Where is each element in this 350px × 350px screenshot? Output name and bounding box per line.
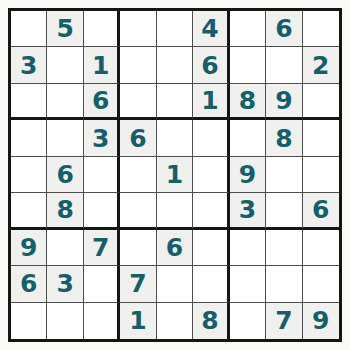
cell-r5c2: 6 <box>47 157 83 193</box>
cell-r2c8[interactable] <box>266 47 302 83</box>
cell-r2c3: 1 <box>84 47 120 83</box>
cell-r7c4[interactable] <box>120 230 156 266</box>
cell-r9c3[interactable] <box>84 303 120 339</box>
cell-r1c3[interactable] <box>84 11 120 47</box>
cell-r6c4[interactable] <box>120 193 156 229</box>
cell-r8c8[interactable] <box>266 266 302 302</box>
cell-r3c1[interactable] <box>11 84 47 120</box>
cell-r1c6: 4 <box>193 11 229 47</box>
cell-r8c5[interactable] <box>157 266 193 302</box>
cell-r7c5: 6 <box>157 230 193 266</box>
cell-r8c4: 7 <box>120 266 156 302</box>
cell-r4c1[interactable] <box>11 120 47 156</box>
cell-r5c9[interactable] <box>303 157 339 193</box>
cell-r7c8[interactable] <box>266 230 302 266</box>
cell-r2c4[interactable] <box>120 47 156 83</box>
cell-r3c8: 9 <box>266 84 302 120</box>
cell-r1c8: 6 <box>266 11 302 47</box>
cell-r2c6: 6 <box>193 47 229 83</box>
cell-r3c4[interactable] <box>120 84 156 120</box>
cell-r1c5[interactable] <box>157 11 193 47</box>
cell-r1c7[interactable] <box>230 11 266 47</box>
cell-r8c7[interactable] <box>230 266 266 302</box>
cell-r7c6[interactable] <box>193 230 229 266</box>
cell-r7c7[interactable] <box>230 230 266 266</box>
cell-r1c4[interactable] <box>120 11 156 47</box>
cell-r6c1[interactable] <box>11 193 47 229</box>
cell-r2c1: 3 <box>11 47 47 83</box>
cell-r9c5[interactable] <box>157 303 193 339</box>
cell-r5c5: 1 <box>157 157 193 193</box>
cell-r1c9[interactable] <box>303 11 339 47</box>
cell-r8c9[interactable] <box>303 266 339 302</box>
cell-r5c8[interactable] <box>266 157 302 193</box>
cell-r6c9: 6 <box>303 193 339 229</box>
cell-r8c1: 6 <box>11 266 47 302</box>
cell-r5c4[interactable] <box>120 157 156 193</box>
cell-r9c8: 7 <box>266 303 302 339</box>
cell-r9c9: 9 <box>303 303 339 339</box>
cell-r2c5[interactable] <box>157 47 193 83</box>
cell-r3c3: 6 <box>84 84 120 120</box>
cell-r7c3: 7 <box>84 230 120 266</box>
cell-r1c2: 5 <box>47 11 83 47</box>
cell-r7c9[interactable] <box>303 230 339 266</box>
cell-r5c7: 9 <box>230 157 266 193</box>
cell-r9c2[interactable] <box>47 303 83 339</box>
cell-r6c2: 8 <box>47 193 83 229</box>
cell-r2c2[interactable] <box>47 47 83 83</box>
cell-r4c9[interactable] <box>303 120 339 156</box>
cell-r3c2[interactable] <box>47 84 83 120</box>
cell-r5c1[interactable] <box>11 157 47 193</box>
cell-r4c5[interactable] <box>157 120 193 156</box>
cell-r9c6: 8 <box>193 303 229 339</box>
cell-r6c6[interactable] <box>193 193 229 229</box>
cell-r5c6[interactable] <box>193 157 229 193</box>
cell-r6c3[interactable] <box>84 193 120 229</box>
cell-r5c3[interactable] <box>84 157 120 193</box>
cell-r3c6: 1 <box>193 84 229 120</box>
cell-r3c9[interactable] <box>303 84 339 120</box>
cell-r2c7[interactable] <box>230 47 266 83</box>
cell-r4c6[interactable] <box>193 120 229 156</box>
cell-r3c5[interactable] <box>157 84 193 120</box>
cell-r6c5[interactable] <box>157 193 193 229</box>
cell-r9c1[interactable] <box>11 303 47 339</box>
cell-r8c2: 3 <box>47 266 83 302</box>
cell-r8c3[interactable] <box>84 266 120 302</box>
cell-r7c2[interactable] <box>47 230 83 266</box>
cell-r6c7: 3 <box>230 193 266 229</box>
cell-r2c9: 2 <box>303 47 339 83</box>
cell-r4c2[interactable] <box>47 120 83 156</box>
cell-r4c8: 8 <box>266 120 302 156</box>
cell-r4c7[interactable] <box>230 120 266 156</box>
cell-r8c6[interactable] <box>193 266 229 302</box>
cell-r3c7: 8 <box>230 84 266 120</box>
sudoku-board: 546316261893686198369766371879 <box>8 8 342 342</box>
cell-r9c4: 1 <box>120 303 156 339</box>
cell-r9c7[interactable] <box>230 303 266 339</box>
cell-r6c8[interactable] <box>266 193 302 229</box>
cell-r4c3: 3 <box>84 120 120 156</box>
cell-r4c4: 6 <box>120 120 156 156</box>
cell-r1c1[interactable] <box>11 11 47 47</box>
cell-r7c1: 9 <box>11 230 47 266</box>
